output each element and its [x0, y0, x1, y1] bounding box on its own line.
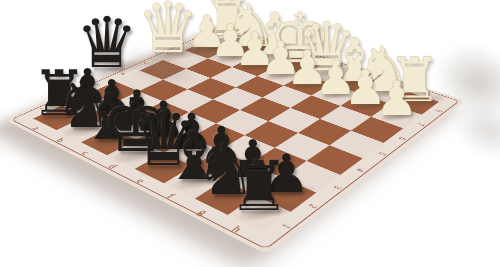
piece-bR-h1[interactable]: ♜	[228, 153, 290, 222]
spare-piece-wQ[interactable]: ♛	[137, 0, 200, 63]
piece-wP-h7[interactable]: ♟	[375, 73, 418, 121]
chess-set-photo: aabbccddeeffgghh1122334455667788 ♜♞♝♚♛♝♞…	[0, 0, 500, 267]
